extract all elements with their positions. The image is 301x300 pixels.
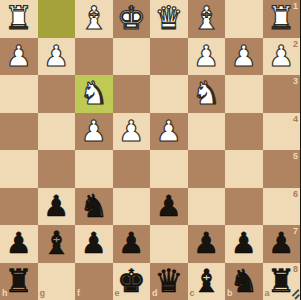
square-a5[interactable]: 5	[263, 150, 301, 188]
square-h5[interactable]	[0, 150, 38, 188]
file-label-e: e	[115, 289, 120, 298]
white-pawn: ♟	[193, 38, 219, 75]
white-pawn: ♟	[6, 38, 32, 75]
white-pawn: ♟	[43, 38, 69, 75]
black-pawn: ♟	[81, 225, 107, 262]
black-knight: ♞	[229, 263, 258, 300]
white-queen: ♛	[154, 0, 183, 37]
black-pawn: ♟	[268, 225, 294, 262]
square-d4[interactable]: ♟	[150, 113, 188, 151]
square-f1[interactable]: ♝	[75, 0, 113, 38]
square-d7[interactable]	[150, 225, 188, 263]
square-a6[interactable]: 6	[263, 188, 301, 226]
white-pawn: ♟	[156, 113, 182, 150]
black-pawn: ♟	[156, 188, 182, 225]
rank-label-4: 4	[293, 115, 298, 124]
square-g5[interactable]	[38, 150, 76, 188]
square-h4[interactable]	[0, 113, 38, 151]
square-b1[interactable]	[225, 0, 263, 38]
white-pawn: ♟	[268, 38, 294, 75]
square-f6[interactable]: ♞	[75, 188, 113, 226]
square-g4[interactable]	[38, 113, 76, 151]
file-label-c: c	[190, 289, 195, 298]
square-e8[interactable]: ♚e	[113, 263, 151, 300]
square-d3[interactable]	[150, 75, 188, 113]
square-c3[interactable]: ♞	[188, 75, 226, 113]
chess-board-container: ♜♝♚♛♝♜1♟♟♟♟♟2♞♞3♟♟♟45♟♞♟6♟♝♟♟♟♟♟7♜hgf♚e♛…	[0, 0, 300, 300]
square-f7[interactable]: ♟	[75, 225, 113, 263]
square-h3[interactable]	[0, 75, 38, 113]
square-b7[interactable]: ♟	[225, 225, 263, 263]
square-h6[interactable]	[0, 188, 38, 226]
black-pawn: ♟	[231, 225, 257, 262]
square-a3[interactable]: 3	[263, 75, 301, 113]
rank-label-8: 8	[293, 265, 298, 274]
rank-label-7: 7	[293, 227, 298, 236]
black-bishop: ♝	[42, 225, 71, 262]
white-pawn: ♟	[118, 113, 144, 150]
square-e6[interactable]	[113, 188, 151, 226]
white-knight: ♞	[192, 75, 221, 112]
square-d8[interactable]: ♛d	[150, 263, 188, 300]
square-h1[interactable]: ♜	[0, 0, 38, 38]
square-g3[interactable]	[38, 75, 76, 113]
file-label-g: g	[40, 289, 46, 298]
black-king: ♚	[117, 263, 146, 300]
rank-label-1: 1	[293, 2, 298, 11]
square-b4[interactable]	[225, 113, 263, 151]
square-d1[interactable]: ♛	[150, 0, 188, 38]
file-label-a: a	[265, 289, 270, 298]
white-bishop: ♝	[192, 0, 221, 37]
square-e1[interactable]: ♚	[113, 0, 151, 38]
black-pawn: ♟	[118, 225, 144, 262]
rank-label-5: 5	[293, 152, 298, 161]
square-g8[interactable]: g	[38, 263, 76, 300]
square-c5[interactable]	[188, 150, 226, 188]
resize-handle-icon[interactable]	[287, 287, 300, 300]
square-g6[interactable]: ♟	[38, 188, 76, 226]
square-c4[interactable]	[188, 113, 226, 151]
square-c2[interactable]: ♟	[188, 38, 226, 76]
square-c6[interactable]	[188, 188, 226, 226]
rank-label-6: 6	[293, 190, 298, 199]
square-b6[interactable]	[225, 188, 263, 226]
white-king: ♚	[117, 0, 146, 37]
white-pawn: ♟	[81, 113, 107, 150]
white-knight: ♞	[79, 75, 108, 112]
square-e7[interactable]: ♟	[113, 225, 151, 263]
black-bishop: ♝	[192, 263, 221, 300]
square-a1[interactable]: ♜1	[263, 0, 301, 38]
square-d5[interactable]	[150, 150, 188, 188]
square-f2[interactable]	[75, 38, 113, 76]
square-f3[interactable]: ♞	[75, 75, 113, 113]
square-e5[interactable]	[113, 150, 151, 188]
file-label-h: h	[2, 289, 8, 298]
rank-label-2: 2	[293, 40, 298, 49]
square-f8[interactable]: f	[75, 263, 113, 300]
square-b3[interactable]	[225, 75, 263, 113]
white-pawn: ♟	[231, 38, 257, 75]
square-f5[interactable]	[75, 150, 113, 188]
file-label-b: b	[227, 289, 233, 298]
square-e3[interactable]	[113, 75, 151, 113]
square-g7[interactable]: ♝	[38, 225, 76, 263]
black-pawn: ♟	[43, 188, 69, 225]
square-e4[interactable]: ♟	[113, 113, 151, 151]
square-d2[interactable]	[150, 38, 188, 76]
square-f4[interactable]: ♟	[75, 113, 113, 151]
square-a7[interactable]: ♟7	[263, 225, 301, 263]
file-label-f: f	[77, 289, 80, 298]
black-pawn: ♟	[6, 225, 32, 262]
black-queen: ♛	[154, 263, 183, 300]
square-g2[interactable]: ♟	[38, 38, 76, 76]
square-c7[interactable]: ♟	[188, 225, 226, 263]
square-h2[interactable]: ♟	[0, 38, 38, 76]
rank-label-3: 3	[293, 77, 298, 86]
white-bishop: ♝	[79, 0, 108, 37]
square-b2[interactable]: ♟	[225, 38, 263, 76]
chess-board: ♜♝♚♛♝♜1♟♟♟♟♟2♞♞3♟♟♟45♟♞♟6♟♝♟♟♟♟♟7♜hgf♚e♛…	[0, 0, 300, 300]
square-b5[interactable]	[225, 150, 263, 188]
square-h7[interactable]: ♟	[0, 225, 38, 263]
square-d6[interactable]: ♟	[150, 188, 188, 226]
square-e2[interactable]	[113, 38, 151, 76]
black-rook: ♜	[4, 263, 33, 300]
white-rook: ♜	[4, 0, 33, 37]
black-pawn: ♟	[193, 225, 219, 262]
square-c8[interactable]: ♝c	[188, 263, 226, 300]
square-b8[interactable]: ♞b	[225, 263, 263, 300]
square-g1[interactable]	[38, 0, 76, 38]
square-c1[interactable]: ♝	[188, 0, 226, 38]
square-a2[interactable]: ♟2	[263, 38, 301, 76]
white-rook: ♜	[267, 0, 296, 37]
square-a4[interactable]: 4	[263, 113, 301, 151]
black-knight: ♞	[79, 188, 108, 225]
square-h8[interactable]: ♜h	[0, 263, 38, 300]
file-label-d: d	[152, 289, 158, 298]
